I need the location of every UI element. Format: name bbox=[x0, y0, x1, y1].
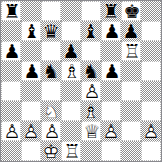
piece-white-rook: ♜♖ bbox=[62, 141, 80, 161]
square-g2[interactable] bbox=[121, 121, 141, 141]
piece-black-pawn: ♟ bbox=[102, 21, 120, 41]
white-piece-outline-glyph: ♘ bbox=[41, 101, 61, 121]
piece-white-pawn: ♟♙ bbox=[21, 121, 41, 141]
piece-black-pawn: ♟ bbox=[22, 61, 40, 81]
square-b8[interactable] bbox=[21, 1, 41, 21]
square-e8[interactable] bbox=[81, 1, 101, 21]
square-h6[interactable] bbox=[141, 41, 161, 61]
square-h5[interactable] bbox=[141, 61, 161, 81]
square-e5[interactable]: ♞ bbox=[81, 61, 101, 81]
square-g5[interactable] bbox=[121, 61, 141, 81]
white-piece-outline-glyph: ♙ bbox=[2, 121, 21, 141]
square-h4[interactable] bbox=[141, 81, 161, 101]
black-piece-glyph: ♞ bbox=[41, 61, 61, 81]
piece-white-pawn: ♟♙ bbox=[42, 121, 60, 141]
square-f1[interactable] bbox=[101, 141, 121, 161]
square-f3[interactable] bbox=[101, 101, 121, 121]
square-c8[interactable] bbox=[41, 1, 61, 21]
square-f5[interactable]: ♟ bbox=[101, 61, 121, 81]
white-piece-outline-glyph: ♖ bbox=[62, 141, 81, 161]
white-piece-outline-glyph: ♕ bbox=[82, 121, 101, 141]
square-e2[interactable]: ♛♕ bbox=[81, 121, 101, 141]
square-f6[interactable] bbox=[101, 41, 121, 61]
white-piece-outline-glyph: ♗ bbox=[62, 61, 81, 81]
square-e7[interactable]: ♝ bbox=[81, 21, 101, 41]
black-piece-glyph: ♝ bbox=[22, 21, 41, 41]
square-c5[interactable]: ♞ bbox=[41, 61, 61, 81]
square-h7[interactable] bbox=[141, 21, 161, 41]
chess-board-grid: ♜♜♚♝♛♝♟♟♟♟♜♖♟♞♝♗♞♟♟♙♞♘♝♗♟♙♟♙♟♙♛♕♟♙♟♙♚♔♜♖ bbox=[1, 1, 161, 161]
square-g8[interactable]: ♚ bbox=[121, 1, 141, 21]
square-g4[interactable] bbox=[121, 81, 141, 101]
square-f8[interactable]: ♜ bbox=[101, 1, 121, 21]
black-piece-glyph: ♟ bbox=[2, 41, 21, 61]
piece-black-pawn: ♟ bbox=[2, 41, 20, 61]
square-f2[interactable]: ♟♙ bbox=[101, 121, 121, 141]
black-piece-glyph: ♚ bbox=[122, 1, 141, 21]
square-c7[interactable]: ♛ bbox=[41, 21, 61, 41]
square-b6[interactable] bbox=[21, 41, 41, 61]
square-d7[interactable] bbox=[61, 21, 81, 41]
black-piece-glyph: ♞ bbox=[81, 61, 101, 81]
square-h1[interactable] bbox=[141, 141, 161, 161]
piece-black-pawn: ♟ bbox=[121, 21, 141, 41]
piece-white-queen: ♛♕ bbox=[82, 121, 100, 141]
square-d1[interactable]: ♜♖ bbox=[61, 141, 81, 161]
square-d2[interactable] bbox=[61, 121, 81, 141]
black-piece-glyph: ♛ bbox=[41, 21, 61, 41]
piece-black-bishop: ♝ bbox=[81, 21, 101, 41]
square-c2[interactable]: ♟♙ bbox=[41, 121, 61, 141]
square-d5[interactable]: ♝♗ bbox=[61, 61, 81, 81]
piece-white-knight: ♞♘ bbox=[41, 101, 61, 121]
square-g6[interactable]: ♜♖ bbox=[121, 41, 141, 61]
square-d8[interactable] bbox=[61, 1, 81, 21]
piece-black-knight: ♞ bbox=[41, 61, 61, 81]
square-g3[interactable] bbox=[121, 101, 141, 121]
square-c1[interactable]: ♚♔ bbox=[41, 141, 61, 161]
piece-black-queen: ♛ bbox=[41, 21, 61, 41]
piece-black-pawn: ♟ bbox=[61, 41, 81, 61]
piece-white-king: ♚♔ bbox=[41, 141, 61, 161]
square-a7[interactable] bbox=[1, 21, 21, 41]
piece-black-king: ♚ bbox=[122, 1, 140, 21]
square-b3[interactable] bbox=[21, 101, 41, 121]
piece-black-rook: ♜ bbox=[101, 1, 121, 21]
piece-white-pawn: ♟♙ bbox=[82, 81, 100, 101]
white-piece-outline-glyph: ♙ bbox=[42, 121, 61, 141]
piece-white-bishop: ♝♗ bbox=[62, 61, 80, 81]
square-c6[interactable] bbox=[41, 41, 61, 61]
black-piece-glyph: ♜ bbox=[101, 1, 121, 21]
square-a1[interactable] bbox=[1, 141, 21, 161]
white-piece-outline-glyph: ♙ bbox=[101, 121, 121, 141]
piece-black-pawn: ♟ bbox=[102, 61, 120, 81]
square-e4[interactable]: ♟♙ bbox=[81, 81, 101, 101]
square-e6[interactable] bbox=[81, 41, 101, 61]
piece-black-rook: ♜ bbox=[2, 1, 20, 21]
black-piece-glyph: ♟ bbox=[121, 21, 141, 41]
black-piece-glyph: ♝ bbox=[81, 21, 101, 41]
square-e1[interactable] bbox=[81, 141, 101, 161]
square-c3[interactable]: ♞♘ bbox=[41, 101, 61, 121]
square-a5[interactable] bbox=[1, 61, 21, 81]
chess-board: ♜♜♚♝♛♝♟♟♟♟♜♖♟♞♝♗♞♟♟♙♞♘♝♗♟♙♟♙♟♙♛♕♟♙♟♙♚♔♜♖ bbox=[0, 0, 162, 162]
piece-white-pawn: ♟♙ bbox=[141, 121, 161, 141]
white-piece-outline-glyph: ♙ bbox=[141, 121, 161, 141]
square-d3[interactable] bbox=[61, 101, 81, 121]
piece-white-pawn: ♟♙ bbox=[2, 121, 20, 141]
square-b5[interactable]: ♟ bbox=[21, 61, 41, 81]
black-piece-glyph: ♜ bbox=[2, 1, 21, 21]
piece-black-bishop: ♝ bbox=[22, 21, 40, 41]
white-piece-outline-glyph: ♙ bbox=[82, 81, 101, 101]
square-g7[interactable]: ♟ bbox=[121, 21, 141, 41]
piece-white-rook: ♜♖ bbox=[122, 41, 140, 61]
square-a2[interactable]: ♟♙ bbox=[1, 121, 21, 141]
piece-black-knight: ♞ bbox=[81, 61, 101, 81]
square-b7[interactable]: ♝ bbox=[21, 21, 41, 41]
square-a4[interactable] bbox=[1, 81, 21, 101]
square-d4[interactable] bbox=[61, 81, 81, 101]
black-piece-glyph: ♟ bbox=[22, 61, 41, 81]
square-h8[interactable] bbox=[141, 1, 161, 21]
square-a3[interactable] bbox=[1, 101, 21, 121]
black-piece-glyph: ♟ bbox=[102, 21, 121, 41]
square-d6[interactable]: ♟ bbox=[61, 41, 81, 61]
piece-white-pawn: ♟♙ bbox=[101, 121, 121, 141]
white-piece-outline-glyph: ♙ bbox=[21, 121, 41, 141]
square-b2[interactable]: ♟♙ bbox=[21, 121, 41, 141]
white-piece-outline-glyph: ♔ bbox=[41, 141, 61, 161]
black-piece-glyph: ♟ bbox=[102, 61, 121, 81]
square-b1[interactable] bbox=[21, 141, 41, 161]
square-a6[interactable]: ♟ bbox=[1, 41, 21, 61]
square-c4[interactable] bbox=[41, 81, 61, 101]
white-piece-outline-glyph: ♗ bbox=[81, 101, 101, 121]
square-h2[interactable]: ♟♙ bbox=[141, 121, 161, 141]
square-h3[interactable] bbox=[141, 101, 161, 121]
square-b4[interactable] bbox=[21, 81, 41, 101]
square-f4[interactable] bbox=[101, 81, 121, 101]
black-piece-glyph: ♟ bbox=[61, 41, 81, 61]
square-g1[interactable] bbox=[121, 141, 141, 161]
square-e3[interactable]: ♝♗ bbox=[81, 101, 101, 121]
piece-white-bishop: ♝♗ bbox=[81, 101, 101, 121]
white-piece-outline-glyph: ♖ bbox=[122, 41, 141, 61]
square-f7[interactable]: ♟ bbox=[101, 21, 121, 41]
square-a8[interactable]: ♜ bbox=[1, 1, 21, 21]
